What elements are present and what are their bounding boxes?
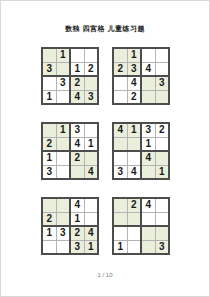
- sudoku-cell: [57, 152, 70, 165]
- sudoku-cell: 2: [128, 199, 141, 212]
- sudoku-board-1: 131231243: [41, 47, 99, 105]
- sudoku-cell: [156, 199, 169, 212]
- sudoku-cell: [43, 49, 56, 62]
- sudoku-block: 3: [142, 77, 168, 103]
- sudoku-cell: [85, 77, 98, 90]
- sudoku-cell: 1: [71, 63, 84, 76]
- sudoku-block: 123: [114, 49, 140, 75]
- sudoku-cell: [85, 152, 98, 165]
- sudoku-board-2: 1234423: [112, 47, 170, 105]
- sudoku-cell: 3: [71, 241, 84, 254]
- sudoku-cell: 2: [114, 63, 127, 76]
- sudoku-block: 2: [43, 199, 69, 225]
- sudoku-block: 3: [142, 227, 168, 253]
- sudoku-cell: 1: [57, 49, 70, 62]
- sudoku-cell: [156, 49, 169, 62]
- sudoku-cell: 1: [156, 166, 169, 179]
- sudoku-cell: 2: [43, 138, 56, 151]
- sudoku-cell: [142, 91, 155, 104]
- sudoku-block: 2: [114, 199, 140, 225]
- sudoku-cell: [85, 199, 98, 212]
- sudoku-cell: 3: [114, 166, 127, 179]
- sudoku-cell: 3: [156, 241, 169, 254]
- sudoku-cell: [142, 227, 155, 240]
- sudoku-cell: [156, 227, 169, 240]
- sudoku-cell: [71, 166, 84, 179]
- sudoku-cell: 4: [85, 166, 98, 179]
- sudoku-block: 13: [43, 227, 69, 253]
- sudoku-cell: 3: [57, 77, 70, 90]
- sudoku-cell: 3: [57, 227, 70, 240]
- sudoku-cell: 3: [71, 124, 84, 137]
- page-title: 数独 四宫格 儿童练习题: [1, 24, 209, 34]
- sudoku-board-6: 2413: [112, 197, 170, 255]
- sudoku-block: 341: [71, 124, 97, 150]
- sudoku-cell: 4: [142, 63, 155, 76]
- sudoku-cell: [43, 77, 56, 90]
- sudoku-board-5: 241132431: [41, 197, 99, 255]
- sudoku-cell: [156, 91, 169, 104]
- sudoku-cell: [156, 213, 169, 226]
- sudoku-cell: 4: [128, 77, 141, 90]
- sudoku-cell: [128, 138, 141, 151]
- sudoku-cell: 4: [85, 227, 98, 240]
- sudoku-block: 12: [43, 124, 69, 150]
- sudoku-cell: 2: [71, 152, 84, 165]
- sudoku-cell: [156, 138, 169, 151]
- sudoku-cell: [156, 152, 169, 165]
- sudoku-cell: [57, 199, 70, 212]
- sudoku-board-4: 413213441: [112, 122, 170, 180]
- sudoku-cell: 1: [57, 124, 70, 137]
- sudoku-block: 41: [114, 124, 140, 150]
- sudoku-cell: 1: [128, 124, 141, 137]
- sudoku-cell: 1: [43, 152, 56, 165]
- sudoku-cell: 2: [156, 124, 169, 137]
- sudoku-cell: 3: [128, 63, 141, 76]
- sudoku-cell: [114, 91, 127, 104]
- sudoku-block: 321: [142, 124, 168, 150]
- sudoku-cell: [114, 152, 127, 165]
- sudoku-cell: 1: [43, 227, 56, 240]
- sudoku-cell: 4: [71, 91, 84, 104]
- sudoku-cell: [85, 124, 98, 137]
- sudoku-cell: [43, 241, 56, 254]
- sudoku-cell: [142, 49, 155, 62]
- sudoku-cell: 4: [142, 152, 155, 165]
- sudoku-block: 1: [114, 227, 140, 253]
- sudoku-block: 13: [43, 152, 69, 178]
- sudoku-cell: [114, 199, 127, 212]
- sudoku-block: 31: [43, 77, 69, 103]
- sudoku-cell: [114, 227, 127, 240]
- sudoku-cell: [114, 49, 127, 62]
- sudoku-cell: [85, 49, 98, 62]
- sudoku-cell: 2: [85, 63, 98, 76]
- sudoku-cell: [142, 241, 155, 254]
- sudoku-cell: [142, 213, 155, 226]
- sudoku-block: 243: [71, 77, 97, 103]
- sudoku-cell: [114, 138, 127, 151]
- sudoku-cell: 1: [128, 49, 141, 62]
- sudoku-block: 4: [142, 199, 168, 225]
- sudoku-cell: [142, 166, 155, 179]
- sudoku-cell: [156, 63, 169, 76]
- sudoku-cell: 3: [142, 124, 155, 137]
- sudoku-cell: [57, 213, 70, 226]
- sudoku-block: 41: [71, 199, 97, 225]
- sudoku-cell: 3: [85, 91, 98, 104]
- sudoku-cell: 1: [85, 241, 98, 254]
- sudoku-cell: [57, 166, 70, 179]
- sudoku-board-3: 123411324: [41, 122, 99, 180]
- sudoku-block: 12: [71, 49, 97, 75]
- sudoku-cell: 1: [85, 138, 98, 151]
- worksheet-page: 数独 四宫格 儿童练习题 131231243 1234423 123411324…: [0, 0, 210, 297]
- sudoku-block: 24: [71, 152, 97, 178]
- sudoku-cell: [128, 152, 141, 165]
- sudoku-cell: 3: [156, 77, 169, 90]
- sudoku-cell: 4: [71, 199, 84, 212]
- sudoku-cell: [142, 77, 155, 90]
- sudoku-cell: [114, 213, 127, 226]
- sudoku-cell: 2: [43, 213, 56, 226]
- sudoku-cell: 1: [114, 241, 127, 254]
- sudoku-cell: [57, 241, 70, 254]
- sudoku-block: 34: [114, 152, 140, 178]
- sudoku-cell: 1: [71, 213, 84, 226]
- sudoku-cell: [128, 227, 141, 240]
- page-number: 1 / 10: [1, 272, 209, 278]
- sudoku-block: 2431: [71, 227, 97, 253]
- sudoku-block: 41: [142, 152, 168, 178]
- sudoku-boards-container: 131231243 1234423 123411324 413213441 24…: [41, 47, 170, 255]
- sudoku-cell: [114, 77, 127, 90]
- sudoku-cell: 4: [114, 124, 127, 137]
- sudoku-cell: [43, 124, 56, 137]
- sudoku-cell: [128, 213, 141, 226]
- sudoku-cell: [85, 213, 98, 226]
- sudoku-cell: 3: [43, 63, 56, 76]
- sudoku-block: 13: [43, 49, 69, 75]
- sudoku-cell: [57, 138, 70, 151]
- sudoku-cell: 4: [128, 166, 141, 179]
- sudoku-cell: 4: [71, 138, 84, 151]
- sudoku-cell: [57, 63, 70, 76]
- sudoku-block: 4: [142, 49, 168, 75]
- sudoku-cell: [128, 241, 141, 254]
- sudoku-block: 42: [114, 77, 140, 103]
- sudoku-cell: 1: [142, 138, 155, 151]
- sudoku-cell: 2: [71, 227, 84, 240]
- sudoku-cell: [71, 49, 84, 62]
- sudoku-cell: 2: [128, 91, 141, 104]
- sudoku-cell: 2: [71, 77, 84, 90]
- sudoku-cell: 4: [142, 199, 155, 212]
- sudoku-cell: 1: [43, 91, 56, 104]
- sudoku-cell: [43, 199, 56, 212]
- sudoku-cell: 3: [43, 166, 56, 179]
- sudoku-cell: [57, 91, 70, 104]
